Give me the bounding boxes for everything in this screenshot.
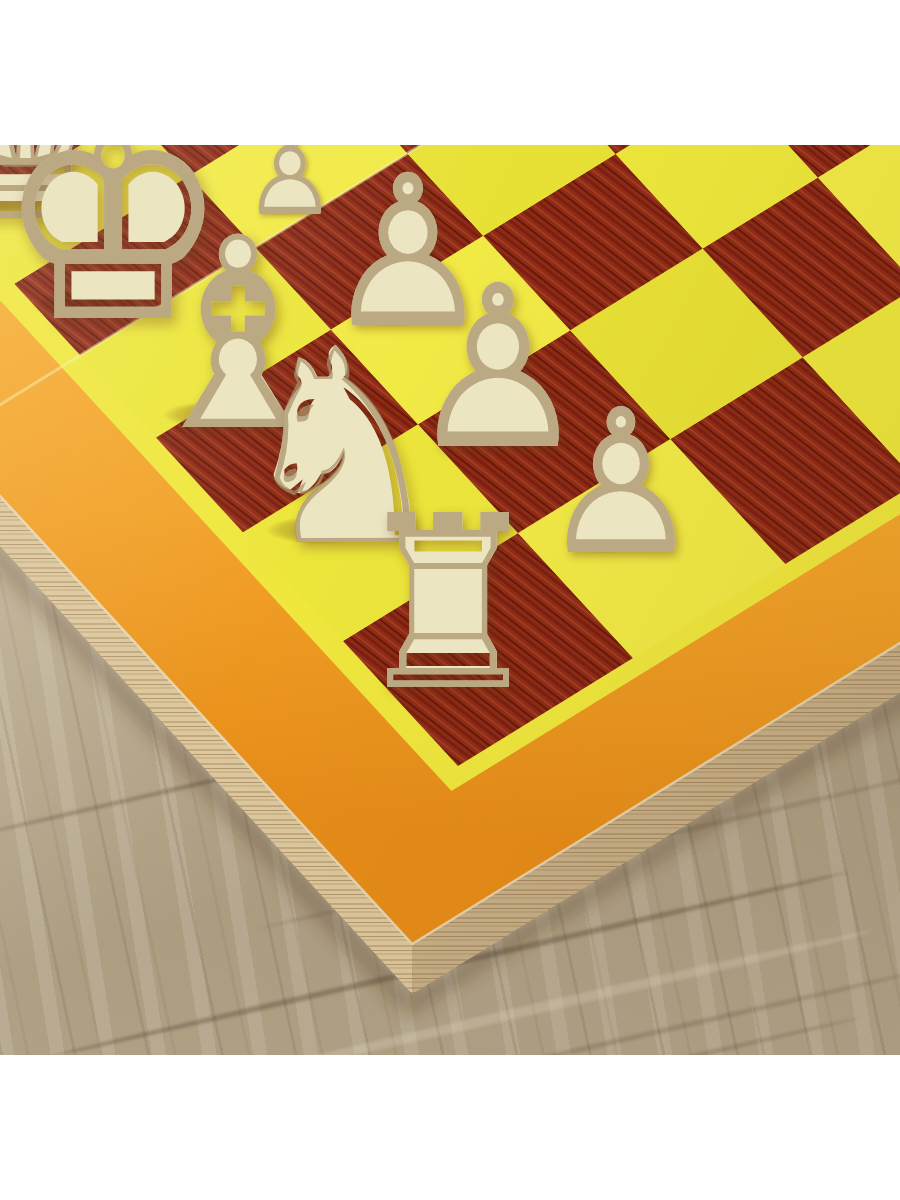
product-photo-page: ♛♕♟♙♚♔♟♙♝♗♟♙♞♘♟♙♜♖: [0, 0, 900, 1200]
piece-glyph-outline: ♙: [540, 383, 701, 583]
white-margin-top: [0, 0, 900, 145]
chess-piece-pawn-b1: ♟♙: [540, 383, 701, 583]
chess-piece-rook-a1: ♜♖: [351, 484, 545, 724]
piece-glyph-outline: ♖: [351, 484, 545, 724]
chess-pieces-layer: ♛♕♟♙♚♔♟♙♝♗♟♙♞♘♟♙♜♖: [0, 145, 900, 1055]
white-margin-bottom: [0, 1055, 900, 1200]
chessboard-photo: ♛♕♟♙♚♔♟♙♝♗♟♙♞♘♟♙♜♖: [0, 145, 900, 1055]
